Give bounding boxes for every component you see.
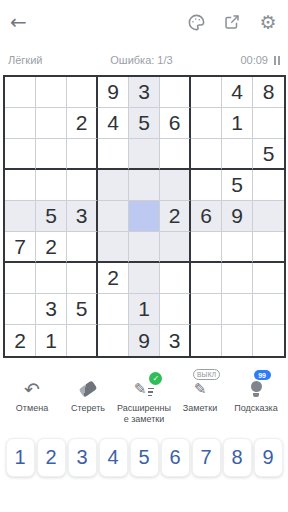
erase-button[interactable]: Стереть	[60, 378, 116, 414]
sudoku-cell-r1c3[interactable]	[67, 77, 98, 108]
sudoku-cell-r8c4[interactable]	[98, 294, 129, 325]
sudoku-cell-r5c6[interactable]: 2	[160, 201, 191, 232]
numpad-key-3[interactable]: 3	[68, 438, 97, 477]
sudoku-cell-r2c2[interactable]	[36, 108, 67, 139]
share-icon[interactable]	[222, 12, 242, 32]
sudoku-cell-r7c7[interactable]	[191, 263, 222, 294]
timer: 00:09	[240, 54, 268, 66]
sudoku-cell-r5c4[interactable]	[98, 201, 129, 232]
back-icon[interactable]: ←	[10, 12, 27, 32]
numpad-key-2[interactable]: 2	[37, 438, 66, 477]
sudoku-cell-r8c7[interactable]	[191, 294, 222, 325]
pause-icon[interactable]	[274, 56, 280, 65]
sudoku-cell-r4c4[interactable]	[98, 170, 129, 201]
sudoku-cell-r5c7[interactable]: 6	[191, 201, 222, 232]
numpad-key-9[interactable]: 9	[254, 438, 283, 477]
advanced-notes-button[interactable]: ✎ ✓ Расширенны е заметки	[116, 378, 172, 426]
sudoku-cell-r2c5[interactable]: 5	[129, 108, 160, 139]
app-bar: ← ⚙	[0, 0, 288, 44]
sudoku-cell-r5c2[interactable]: 5	[36, 201, 67, 232]
sudoku-cell-r9c1[interactable]: 2	[5, 325, 36, 356]
sudoku-cell-r8c8[interactable]	[222, 294, 253, 325]
sudoku-cell-r1c4[interactable]: 9	[98, 77, 129, 108]
sudoku-cell-r8c3[interactable]: 5	[67, 294, 98, 325]
sudoku-cell-r5c8[interactable]: 9	[222, 201, 253, 232]
sudoku-cell-r4c5[interactable]	[129, 170, 160, 201]
sudoku-cell-r6c2[interactable]: 2	[36, 232, 67, 263]
sudoku-cell-r5c1[interactable]	[5, 201, 36, 232]
sudoku-cell-r8c6[interactable]	[160, 294, 191, 325]
sudoku-board: 93482456155532697223512193	[3, 75, 286, 358]
sudoku-cell-r4c9[interactable]	[253, 170, 284, 201]
sudoku-cell-r1c7[interactable]	[191, 77, 222, 108]
advanced-notes-label: Расширенны е заметки	[117, 403, 171, 426]
lightbulb-icon	[251, 381, 262, 397]
sudoku-cell-r4c1[interactable]	[5, 170, 36, 201]
numpad-key-4[interactable]: 4	[99, 438, 128, 477]
sudoku-cell-r3c6[interactable]	[160, 139, 191, 170]
sudoku-cell-r6c3[interactable]	[67, 232, 98, 263]
erase-label: Стереть	[71, 403, 105, 414]
settings-icon[interactable]: ⚙	[258, 12, 278, 32]
sudoku-cell-r6c5[interactable]	[129, 232, 160, 263]
sudoku-cell-r4c6[interactable]	[160, 170, 191, 201]
sudoku-cell-r2c7[interactable]	[191, 108, 222, 139]
sudoku-cell-r1c5[interactable]: 3	[129, 77, 160, 108]
sudoku-cell-r9c2[interactable]: 1	[36, 325, 67, 356]
sudoku-cell-r8c5[interactable]: 1	[129, 294, 160, 325]
hint-label: Подсказка	[234, 403, 277, 414]
notes-label: Заметки	[183, 403, 217, 414]
undo-label: Отмена	[16, 403, 48, 414]
undo-button[interactable]: ↶ Отмена	[4, 378, 60, 414]
note-lines-icon	[148, 388, 154, 397]
sudoku-cell-r9c3[interactable]	[67, 325, 98, 356]
sudoku-cell-r3c1[interactable]	[5, 139, 36, 170]
sudoku-cell-r8c2[interactable]: 3	[36, 294, 67, 325]
sudoku-cell-r3c3[interactable]	[67, 139, 98, 170]
status-bar: Лёгкий Ошибка: 1/3 00:09	[0, 48, 288, 72]
sudoku-cell-r4c7[interactable]	[191, 170, 222, 201]
toolbar: ↶ Отмена Стереть ✎ ✓ Расширенны е заметк…	[0, 378, 288, 426]
hint-button[interactable]: 99 Подсказка	[228, 378, 284, 414]
sudoku-cell-r6c8[interactable]	[222, 232, 253, 263]
sudoku-cell-r6c1[interactable]: 7	[5, 232, 36, 263]
sudoku-cell-r4c2[interactable]	[36, 170, 67, 201]
eraser-icon	[79, 380, 98, 397]
numpad-key-5[interactable]: 5	[130, 438, 159, 477]
mistakes-counter: Ошибка: 1/3	[110, 54, 172, 66]
sudoku-cell-r9c9[interactable]	[253, 325, 284, 356]
sudoku-cell-r9c8[interactable]	[222, 325, 253, 356]
sudoku-cell-r3c2[interactable]	[36, 139, 67, 170]
sudoku-cell-r2c9[interactable]	[253, 108, 284, 139]
sudoku-cell-r7c8[interactable]	[222, 263, 253, 294]
numpad-key-6[interactable]: 6	[161, 438, 190, 477]
sudoku-cell-r6c4[interactable]	[98, 232, 129, 263]
sudoku-cell-r2c3[interactable]: 2	[67, 108, 98, 139]
sudoku-cell-r9c5[interactable]: 9	[129, 325, 160, 356]
sudoku-cell-r7c4[interactable]: 2	[98, 263, 129, 294]
sudoku-cell-r7c6[interactable]	[160, 263, 191, 294]
sudoku-cell-r1c6[interactable]	[160, 77, 191, 108]
pencil-icon: ✎	[194, 382, 207, 397]
sudoku-cell-r6c9[interactable]	[253, 232, 284, 263]
numpad-key-8[interactable]: 8	[223, 438, 252, 477]
sudoku-cell-r5c9[interactable]	[253, 201, 284, 232]
sudoku-cell-r7c5[interactable]	[129, 263, 160, 294]
sudoku-cell-r6c6[interactable]	[160, 232, 191, 263]
sudoku-cell-r3c4[interactable]	[98, 139, 129, 170]
sudoku-cell-r1c8[interactable]: 4	[222, 77, 253, 108]
sudoku-cell-r3c5[interactable]	[129, 139, 160, 170]
sudoku-cell-r2c1[interactable]	[5, 108, 36, 139]
sudoku-cell-r1c2[interactable]	[36, 77, 67, 108]
sudoku-cell-r7c9[interactable]	[253, 263, 284, 294]
notes-button[interactable]: ✎ ВЫКЛ Заметки	[172, 378, 228, 414]
notes-off-badge: ВЫКЛ	[193, 369, 220, 380]
sudoku-cell-r1c9[interactable]: 8	[253, 77, 284, 108]
sudoku-cell-r7c1[interactable]	[5, 263, 36, 294]
sudoku-cell-r6c7[interactable]	[191, 232, 222, 263]
sudoku-cell-r9c4[interactable]	[98, 325, 129, 356]
sudoku-cell-r4c8[interactable]: 5	[222, 170, 253, 201]
sudoku-cell-r9c6[interactable]: 3	[160, 325, 191, 356]
sudoku-cell-r8c9[interactable]	[253, 294, 284, 325]
sudoku-cell-r5c3[interactable]: 3	[67, 201, 98, 232]
numpad-key-1[interactable]: 1	[6, 438, 35, 477]
difficulty-label: Лёгкий	[8, 54, 42, 66]
sudoku-cell-r2c8[interactable]: 1	[222, 108, 253, 139]
palette-icon[interactable]	[186, 12, 206, 32]
sudoku-cell-r9c7[interactable]	[191, 325, 222, 356]
sudoku-cell-r3c7[interactable]	[191, 139, 222, 170]
sudoku-cell-r8c1[interactable]	[5, 294, 36, 325]
sudoku-cell-r2c6[interactable]: 6	[160, 108, 191, 139]
hint-count-badge: 99	[254, 370, 271, 380]
sudoku-cell-r3c8[interactable]	[222, 139, 253, 170]
check-badge: ✓	[149, 372, 162, 385]
sudoku-cell-r3c9[interactable]: 5	[253, 139, 284, 170]
sudoku-cell-r4c3[interactable]	[67, 170, 98, 201]
numpad-key-7[interactable]: 7	[192, 438, 221, 477]
sudoku-cell-r7c2[interactable]	[36, 263, 67, 294]
sudoku-cell-r2c4[interactable]: 4	[98, 108, 129, 139]
sudoku-cell-r5c5[interactable]	[129, 201, 160, 232]
pencil-notes-icon: ✎	[134, 382, 147, 397]
sudoku-cell-r7c3[interactable]	[67, 263, 98, 294]
sudoku-cell-r1c1[interactable]	[5, 77, 36, 108]
number-pad: 123456789	[2, 438, 286, 477]
undo-icon: ↶	[24, 380, 40, 399]
